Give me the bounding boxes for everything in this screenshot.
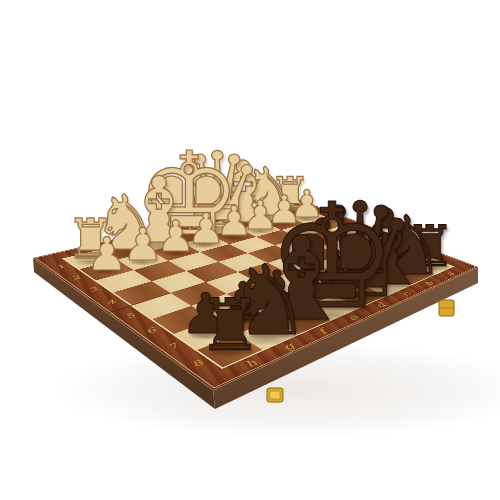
piece-shadow xyxy=(209,349,251,359)
brass-hinge xyxy=(439,300,454,316)
brass-latch xyxy=(267,388,283,402)
piece-white-pawn[interactable]: ♟ xyxy=(123,222,163,267)
piece-shadow xyxy=(222,235,246,241)
piece-shadow xyxy=(194,243,218,249)
piece-black-rook[interactable]: ♜ xyxy=(198,289,263,361)
piece-white-pawn[interactable]: ♟ xyxy=(86,231,127,277)
piece-shadow xyxy=(163,251,188,257)
product-photo-scene: 12345678hgfedcba ♜♞♟♝♟♛♟♚♟♝♟♞♟♟♜♟♟♜♟♟♞♟♝… xyxy=(0,0,500,500)
